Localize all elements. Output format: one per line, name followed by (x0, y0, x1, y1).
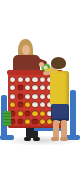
board-cell-r2c4 (31, 84, 38, 93)
board-cell-r4c2 (16, 101, 23, 110)
empty-hole (32, 102, 37, 107)
empty-hole (40, 102, 45, 107)
empty-hole (32, 77, 37, 82)
board-cell-r1c3 (24, 75, 31, 84)
empty-hole (10, 94, 15, 99)
board-cell-r3c3 (24, 92, 31, 101)
red-disc (18, 119, 23, 124)
board-cell-r1c2 (16, 75, 23, 84)
board-cell-r2c5 (39, 84, 46, 93)
empty-hole (40, 77, 45, 82)
board-cell-r6c2 (16, 118, 23, 127)
yellow-disc (25, 102, 30, 107)
red-disc (25, 111, 30, 116)
left-leg-foot (0, 135, 14, 140)
board-cell-r4c3 (24, 101, 31, 110)
board-cell-r3c5 (39, 92, 46, 101)
woman-face (22, 45, 30, 55)
yellow-disc (40, 111, 45, 116)
boy-hair (51, 57, 66, 69)
empty-hole (18, 77, 23, 82)
right-leg (70, 90, 76, 138)
board-cell-r4c4 (31, 101, 38, 110)
board-cell-r5c5 (39, 109, 46, 118)
empty-hole (10, 85, 15, 90)
woman-shoe (24, 137, 31, 141)
board-cell-r2c1 (9, 84, 16, 93)
boy-shirt (50, 71, 69, 106)
yellow-disc (32, 111, 37, 116)
empty-hole (25, 94, 30, 99)
board-cell-r5c3 (24, 109, 31, 118)
board-cell-r2c2 (16, 84, 23, 93)
board-cell-r6c3 (24, 118, 31, 127)
yellow-disc (25, 119, 30, 124)
red-disc (32, 119, 37, 124)
release-slider-green (3, 111, 11, 126)
yellow-disc (18, 111, 23, 116)
red-disc (18, 102, 23, 107)
woman-shoe (33, 137, 40, 141)
board-cell-r2c3 (24, 84, 31, 93)
board-cell-r5c2 (16, 109, 23, 118)
board-cell-r3c4 (31, 92, 38, 101)
board-cell-r1c4 (31, 75, 38, 84)
board-cell-r3c2 (16, 92, 23, 101)
empty-hole (25, 77, 30, 82)
empty-hole (10, 77, 15, 82)
empty-hole (32, 94, 37, 99)
board-cell-r1c5 (39, 75, 46, 84)
empty-hole (40, 85, 45, 90)
board-cell-r6c4 (31, 118, 38, 127)
empty-hole (32, 85, 37, 90)
empty-hole (25, 85, 30, 90)
board-cell-r5c4 (31, 109, 38, 118)
photo-scene (0, 0, 83, 180)
boy-shorts (51, 104, 69, 121)
yellow-disc (40, 119, 45, 124)
red-disc (18, 85, 23, 90)
red-disc (18, 94, 23, 99)
board-cell-r6c5 (39, 118, 46, 127)
board-cell-r4c1 (9, 101, 16, 110)
yellow-disc (10, 102, 15, 107)
empty-hole (40, 94, 45, 99)
board-cell-r3c1 (9, 92, 16, 101)
board-cell-r1c1 (9, 75, 16, 84)
boy-foot (60, 137, 68, 141)
boy-foot (51, 137, 59, 141)
woman-hand (39, 62, 44, 67)
board-cell-r4c5 (39, 101, 46, 110)
